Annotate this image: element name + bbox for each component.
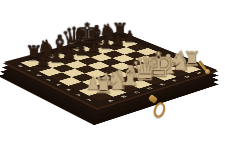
file-label-a: A (101, 97, 119, 104)
square-f2 (143, 68, 166, 76)
square-a6 (39, 68, 62, 76)
rank-label-2: 2 (72, 92, 85, 97)
square-c2 (105, 79, 128, 88)
rank-label-1: 1 (82, 97, 95, 102)
board-grid (21, 36, 201, 101)
square-f1 (154, 72, 177, 80)
chess-set-photo: ABCDEFGH 12345678 ♜♞♝♛♚♝♞♜♟♟♟♟♟♟♟♟♟♟♟♟♟♟… (0, 0, 225, 147)
brass-clasp (147, 96, 171, 123)
square-a2 (79, 87, 103, 96)
square-e3 (120, 67, 143, 75)
board-frame: ABCDEFGH 12345678 (4, 31, 218, 108)
rank-label-3: 3 (62, 87, 75, 92)
square-d2 (118, 75, 141, 84)
file-label-c: C (128, 89, 146, 95)
rank-label-7: 7 (23, 68, 35, 72)
file-label-f: F (166, 77, 183, 83)
square-b2 (92, 83, 116, 92)
square-a4 (59, 77, 82, 86)
square-e1 (141, 76, 164, 85)
square-b4 (72, 73, 95, 82)
clasp-ring (152, 101, 167, 120)
pin-head (205, 69, 210, 74)
square-c5 (75, 65, 98, 73)
rank-label-8: 8 (14, 64, 26, 68)
rank-label-6: 6 (32, 73, 44, 77)
square-d1 (129, 80, 153, 89)
file-label-b: B (115, 93, 133, 99)
square-a5 (49, 72, 72, 80)
file-label-e: E (153, 81, 170, 87)
square-g1 (166, 69, 189, 77)
square-d4 (97, 66, 120, 74)
square-b3 (82, 78, 105, 87)
square-d3 (108, 71, 131, 79)
square-e2 (131, 71, 154, 79)
square-c3 (95, 74, 118, 83)
square-b1 (102, 88, 126, 97)
file-label-d: D (141, 85, 159, 91)
chess-board: ABCDEFGH 12345678 ♜♞♝♛♚♝♞♜♟♟♟♟♟♟♟♟♟♟♟♟♟♟… (4, 31, 218, 108)
square-b5 (62, 69, 85, 77)
file-label-g: G (178, 74, 195, 80)
square-c1 (116, 84, 140, 93)
rank-label-5: 5 (42, 78, 55, 82)
square-a3 (68, 82, 92, 91)
square-c4 (85, 70, 108, 78)
brass-hinge-pin (197, 59, 212, 79)
rank-label-4: 4 (52, 82, 65, 87)
square-a1 (89, 92, 113, 101)
